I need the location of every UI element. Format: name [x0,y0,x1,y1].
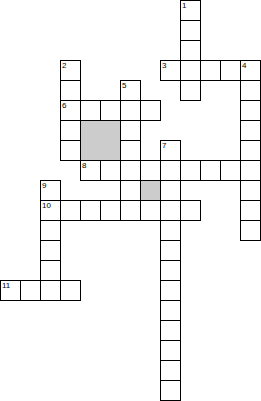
crossword-cell[interactable] [20,280,41,301]
crossword-cell[interactable] [240,100,261,121]
crossword-cell[interactable] [120,180,141,201]
clue-number: 2 [62,62,66,70]
crossword-cell[interactable] [180,200,201,221]
crossword-cell[interactable] [60,120,81,141]
crossword-cell[interactable] [140,160,161,181]
crossword-cell[interactable] [120,120,141,141]
clue-number: 10 [42,202,51,210]
crossword-cell[interactable] [120,160,141,181]
crossword-cell[interactable] [40,260,61,281]
crossword-cell[interactable] [160,260,181,281]
crossword-cell[interactable] [160,220,181,241]
crossword-cell[interactable] [180,80,201,101]
crossword-cell[interactable] [180,40,201,61]
clue-number: 5 [122,82,126,90]
crossword-cell[interactable] [160,180,181,201]
crossword-cell[interactable] [60,200,81,221]
crossword-cell[interactable] [100,100,121,121]
crossword-cell[interactable] [180,160,201,181]
crossword-cell[interactable] [160,200,181,221]
clue-number: 6 [62,102,66,110]
shaded-block [80,120,121,161]
crossword-cell[interactable] [160,380,181,401]
crossword-cell[interactable] [180,20,201,41]
clue-number: 11 [2,282,10,290]
crossword-cell[interactable] [160,300,181,321]
crossword-cell[interactable] [160,280,181,301]
crossword-cell[interactable] [200,160,221,181]
crossword-cell[interactable] [160,320,181,341]
crossword-cell[interactable] [240,180,261,201]
crossword-cell[interactable] [160,360,181,381]
clue-number: 7 [162,142,166,150]
crossword-page: 1234567891011 [0,0,261,401]
crossword-cell[interactable] [160,160,181,181]
crossword-cell[interactable] [240,120,261,141]
crossword-cell[interactable] [60,140,81,161]
crossword-cell[interactable] [240,220,261,241]
crossword-cell[interactable] [100,160,121,181]
crossword-cell[interactable] [180,60,201,81]
crossword-cell[interactable] [40,280,61,301]
crossword-cell[interactable] [120,100,141,121]
crossword-cell[interactable] [220,160,241,181]
crossword-cell[interactable] [240,140,261,161]
crossword-cell[interactable] [140,200,161,221]
crossword-cell[interactable] [240,80,261,101]
crossword-cell[interactable] [220,60,241,81]
crossword-cell[interactable] [80,100,101,121]
crossword-cell[interactable] [80,200,101,221]
shaded-block [140,180,161,201]
crossword-cell[interactable] [160,240,181,261]
clue-number: 3 [162,62,166,70]
crossword-cell[interactable] [120,140,141,161]
crossword-cell[interactable] [60,80,81,101]
crossword-cell[interactable] [240,160,261,181]
crossword-cell[interactable] [40,220,61,241]
clue-number: 1 [182,2,186,10]
crossword-cell[interactable] [60,280,81,301]
crossword-cell[interactable] [200,60,221,81]
crossword-cell[interactable] [120,200,141,221]
crossword-cell[interactable] [40,240,61,261]
crossword-cell[interactable] [100,200,121,221]
crossword-board: 1234567891011 [0,0,261,401]
crossword-cell[interactable] [240,200,261,221]
clue-number: 4 [242,62,246,70]
crossword-cell[interactable] [140,100,161,121]
clue-number: 8 [82,162,86,170]
clue-number: 9 [42,182,46,190]
crossword-cell[interactable] [160,340,181,361]
